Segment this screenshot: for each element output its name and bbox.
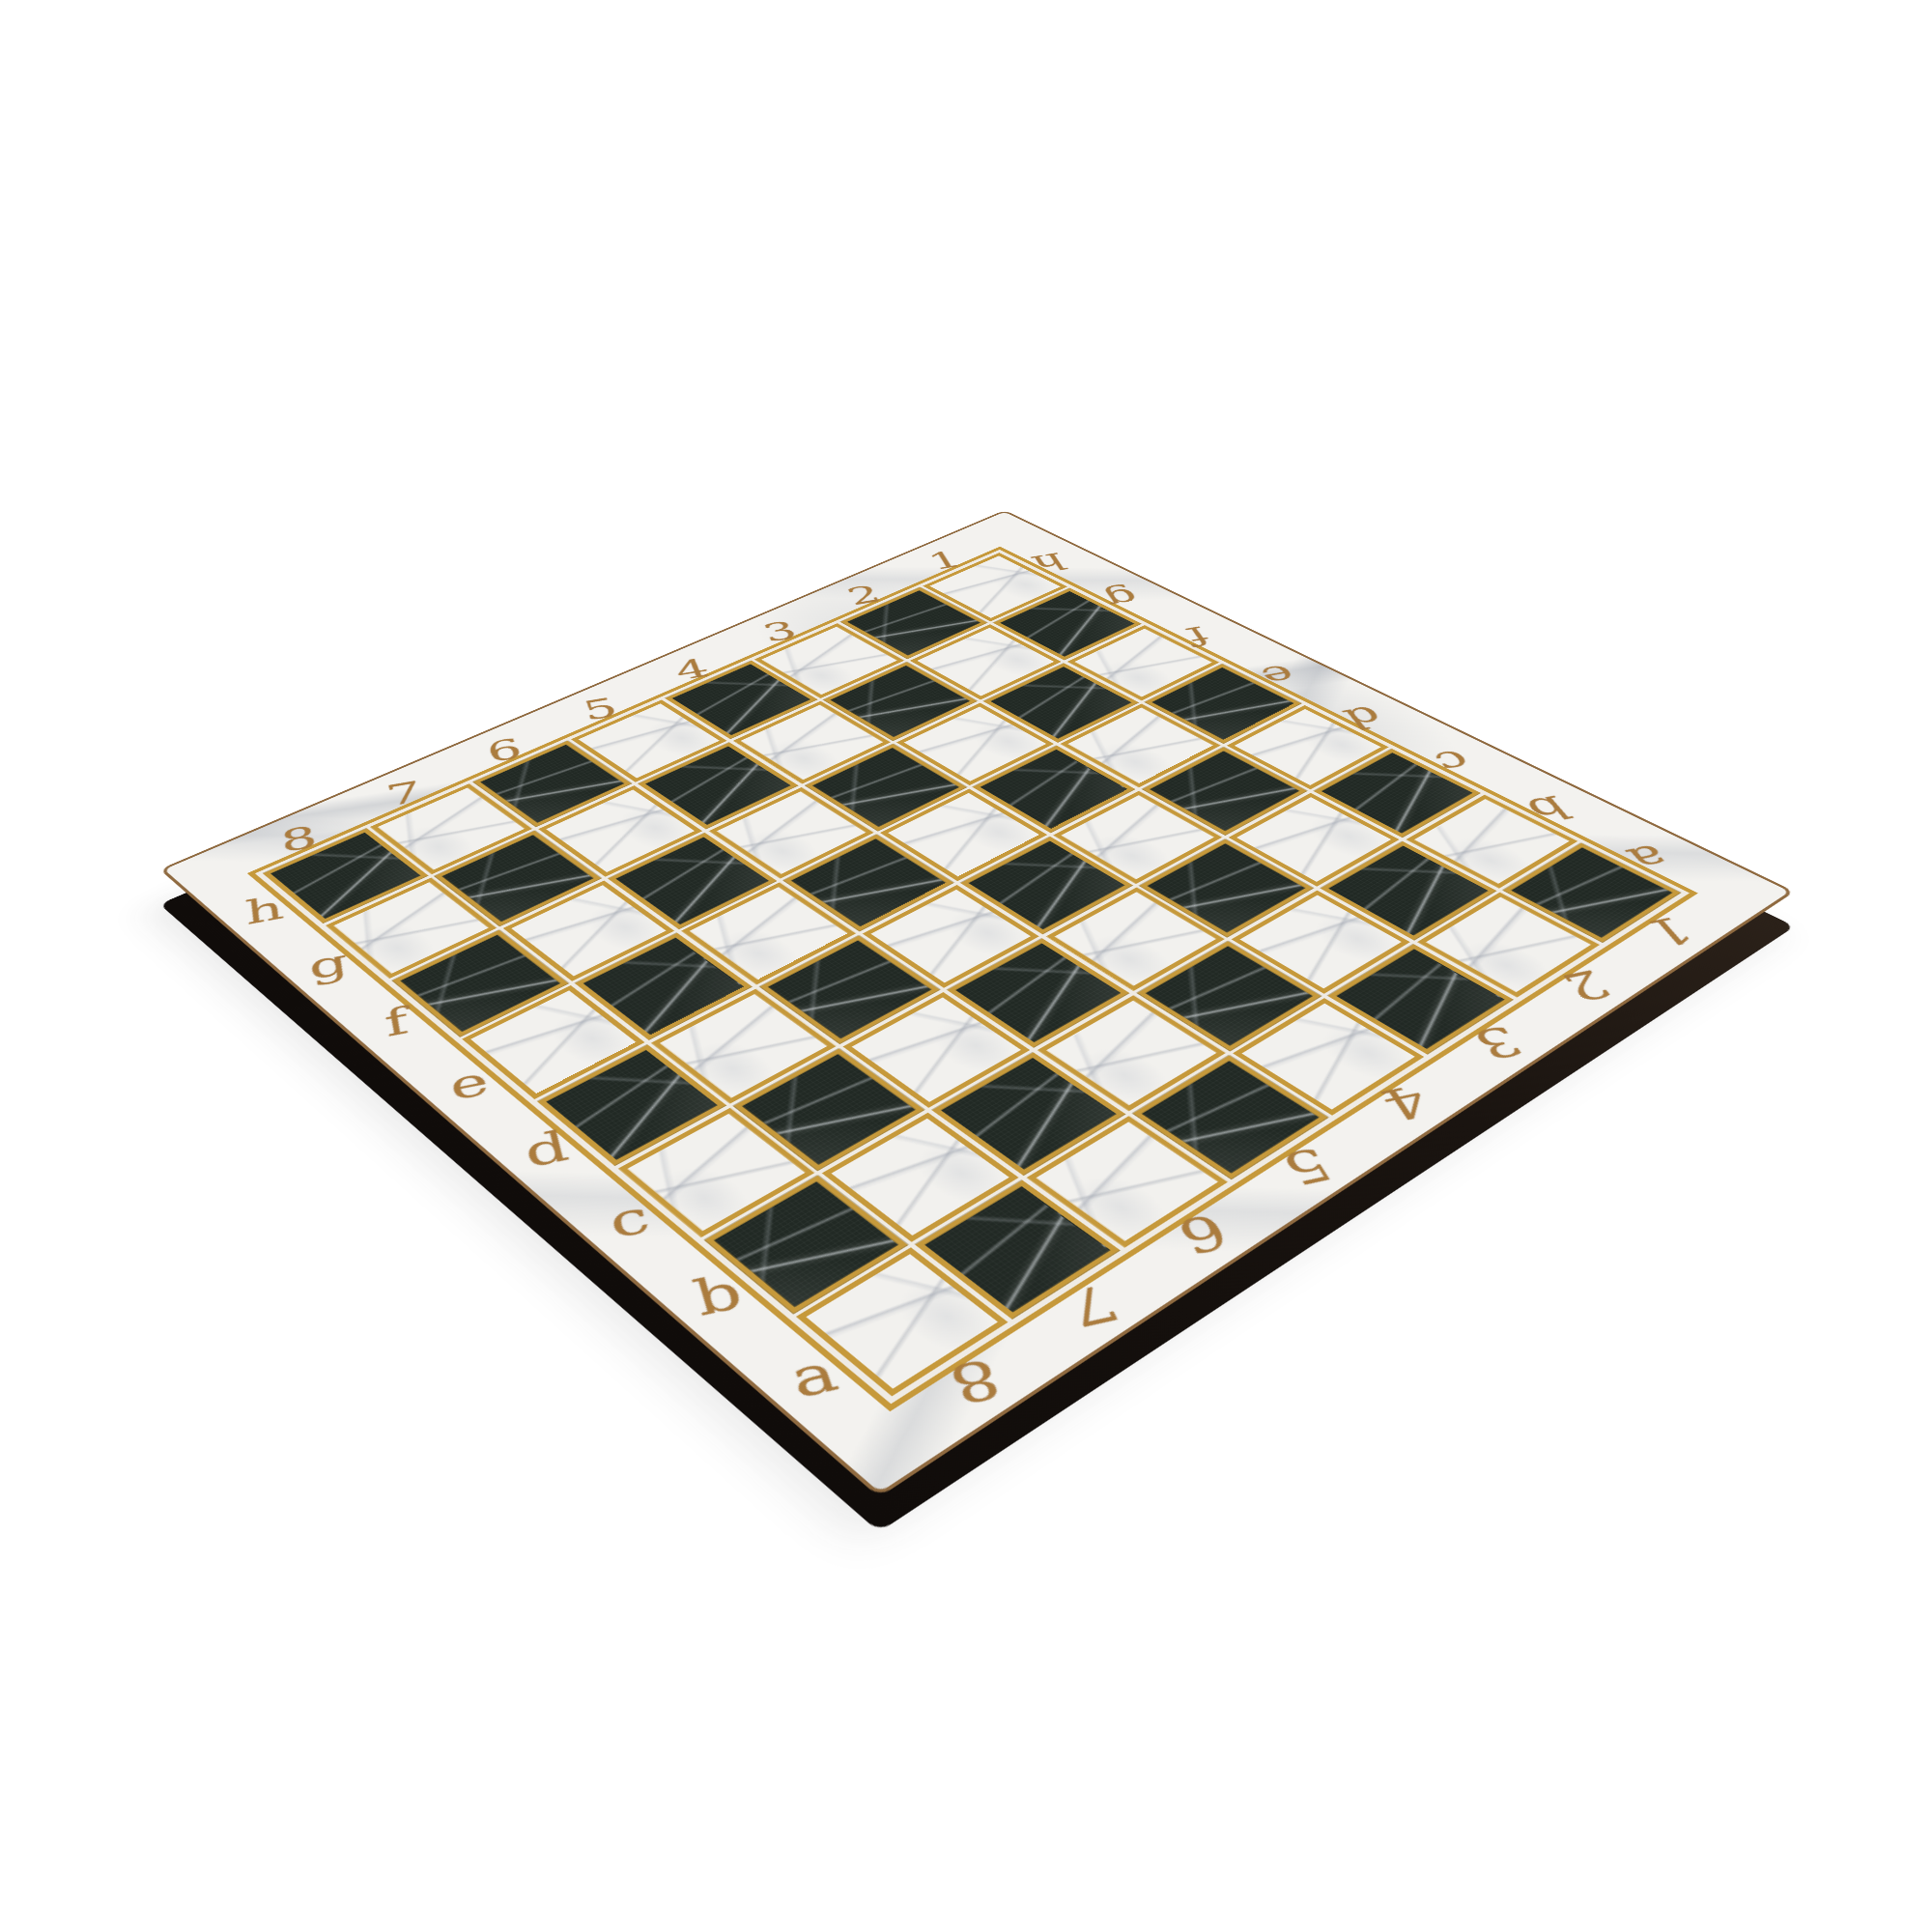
photo-background: hgfedcbahgfedcba1234567812345678 — [0, 0, 1932, 1932]
coord-bottom-file-b: b — [648, 1244, 788, 1348]
coord-bottom-file-c: c — [563, 1172, 696, 1268]
coord-bottom-file-e: e — [409, 1041, 529, 1126]
playing-area — [247, 547, 1698, 1412]
coord-bottom-file-d: d — [483, 1105, 610, 1196]
coord-bottom-file-g: g — [273, 927, 384, 1003]
coord-bottom-file-f: f — [339, 982, 454, 1062]
chess-board: hgfedcbahgfedcba1234567812345678 — [159, 510, 1795, 1497]
squares-grid — [263, 553, 1681, 1396]
coord-bottom-file-h: h — [212, 875, 317, 946]
